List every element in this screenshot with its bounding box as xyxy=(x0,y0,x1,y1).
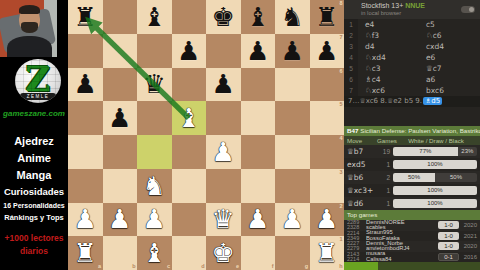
square-b5[interactable]: ♟ xyxy=(103,101,138,135)
square-e8[interactable]: ♚ xyxy=(206,0,241,34)
stream-layout: Z ZEMLE gameszane.com AjedrezAnimeMangaC… xyxy=(0,0,480,270)
top-games-list: 22892328DennisNOREEscables1-020202214234… xyxy=(344,220,480,262)
chess-board[interactable]: ♜♝♚♝♞♜8♟♟♟♟7♟♛♟6♟♝5♟4♞3♟♟♟♛♟♟♟2♜ab♝cd♚ef… xyxy=(68,0,344,270)
result-bar: 77%23% xyxy=(393,147,477,156)
square-a8[interactable]: ♜ xyxy=(68,0,103,34)
square-h5[interactable]: 5 xyxy=(310,101,345,135)
result-bar: 100% xyxy=(393,160,477,169)
file-coord-g: g xyxy=(305,264,308,270)
square-c8[interactable]: ♝ xyxy=(137,0,172,34)
square-f6[interactable] xyxy=(241,68,276,102)
black-move[interactable]: e6 xyxy=(419,53,480,62)
rank-coord-8: 8 xyxy=(339,1,342,7)
black-knight-g8: ♞ xyxy=(281,4,304,30)
explorer-move[interactable]: ♕b7 xyxy=(347,147,376,156)
move-row-5: 5♘c3♕c7 xyxy=(344,63,480,74)
sidebar-menu-item-4: 16 Personalidades xyxy=(0,200,68,212)
square-c2[interactable]: ♟ xyxy=(137,203,172,237)
square-b7[interactable] xyxy=(103,34,138,68)
result-segment-w: 100% xyxy=(393,199,477,208)
square-b3[interactable] xyxy=(103,169,138,203)
rank-coord-4: 4 xyxy=(339,136,342,142)
explorer-row-♕b7[interactable]: ♕b71977%23% xyxy=(344,145,480,158)
square-f2[interactable]: ♟ xyxy=(241,203,276,237)
black-move[interactable]: a6 xyxy=(419,75,480,84)
game-result-badge: 1-0 xyxy=(438,221,459,229)
explorer-games-count: 1 xyxy=(376,161,393,168)
webcam xyxy=(0,0,57,57)
white-move[interactable]: ♗c4 xyxy=(358,75,419,84)
game-ratings: 22892328 xyxy=(347,220,366,230)
explorer-games-count: 1 xyxy=(376,200,393,207)
square-a3[interactable] xyxy=(68,169,103,203)
explorer-games-count: 19 xyxy=(376,148,393,155)
engine-subtitle: in local browser xyxy=(361,10,461,17)
square-g7[interactable]: ♟ xyxy=(275,34,310,68)
move-list: 1e4c52♘f3♘c63d4cxd44♘xd4e65♘c3♕c76♗c4a67… xyxy=(344,19,480,96)
black-rook-a8: ♜ xyxy=(74,4,97,30)
square-e4[interactable]: ♟ xyxy=(206,135,241,169)
toggle-knob-icon xyxy=(469,7,474,12)
sidebar-menu: AjedrezAnimeMangaCuriosidades16 Personal… xyxy=(0,133,68,224)
black-move[interactable]: bxc6 xyxy=(419,86,480,95)
explorer-move[interactable]: ♕d6 xyxy=(347,199,376,208)
variation-line[interactable]: 7…♕xc6 8.♕e2 b5 9.♗d5 xyxy=(344,96,480,107)
explorer-row-exd5[interactable]: exd51100% xyxy=(344,158,480,171)
col-result: White / Draw / Black xyxy=(395,136,477,145)
explorer-games-count: 2 xyxy=(376,174,393,181)
explorer-row-♕b6[interactable]: ♕b6250%50% xyxy=(344,171,480,184)
board-grid[interactable]: ♜♝♚♝♞♜8♟♟♟♟7♟♛♟6♟♝5♟4♞3♟♟♟♛♟♟♟2♜ab♝cd♚ef… xyxy=(68,0,344,270)
square-h4[interactable]: 4 xyxy=(310,135,345,169)
move-number: 4 xyxy=(344,52,358,63)
promo-line1: +1000 lectores xyxy=(0,232,68,245)
square-d3[interactable] xyxy=(172,169,207,203)
rank-coord-6: 6 xyxy=(339,69,342,75)
sidebar-menu-item-3: Curiosidades xyxy=(0,184,68,200)
square-e5[interactable] xyxy=(206,101,241,135)
move-number: 5 xyxy=(344,63,358,74)
game-result-badge: 1-0 xyxy=(438,232,459,240)
file-coord-f: f xyxy=(272,264,274,270)
game-ratings: 21432214 xyxy=(347,252,366,262)
square-h2[interactable]: ♟2 xyxy=(310,203,345,237)
square-g8[interactable]: ♞ xyxy=(275,0,310,34)
black-bishop-f8: ♝ xyxy=(246,4,269,30)
white-move[interactable]: d4 xyxy=(358,42,419,51)
square-c4[interactable] xyxy=(137,135,172,169)
nnue-badge: NNUE xyxy=(405,2,425,9)
analysis-panel: Stockfish 13+ NNUE in local browser 1e4c… xyxy=(344,0,480,270)
move-row-4: 4♘xd4e6 xyxy=(344,52,480,63)
file-coord-a: a xyxy=(98,264,101,270)
top-games-header: Top games xyxy=(344,210,480,220)
white-rook-a1: ♜ xyxy=(74,240,97,266)
black-queen-c6: ♛ xyxy=(143,71,166,97)
white-move[interactable]: ♘c3 xyxy=(358,64,419,73)
loading-bar xyxy=(344,262,480,270)
square-d2[interactable] xyxy=(172,203,207,237)
result-segment-b: 50% xyxy=(435,173,477,182)
black-move[interactable]: ♕c7 xyxy=(419,64,480,73)
current-move[interactable]: ♗d5 xyxy=(423,97,442,105)
explorer-move-rows: ♕b71977%23%exd51100%♕b6250%50%♕xc3+1100%… xyxy=(344,145,480,210)
square-f7[interactable]: ♟ xyxy=(241,34,276,68)
square-a2[interactable]: ♟ xyxy=(68,203,103,237)
black-pawn-f7: ♟ xyxy=(246,38,269,64)
file-coord-c: c xyxy=(167,264,170,270)
square-a5[interactable] xyxy=(68,101,103,135)
square-d6[interactable] xyxy=(172,68,207,102)
top-game-row[interactable]: 22892328DennisNOREEscables1-02020 xyxy=(344,220,480,231)
rank-coord-5: 5 xyxy=(339,102,342,108)
white-bishop-c1: ♝ xyxy=(143,240,166,266)
webcam-hair xyxy=(19,5,40,14)
top-game-row[interactable]: 21432214musaraCalissa840-12016 xyxy=(344,252,480,263)
explorer-move[interactable]: ♕b6 xyxy=(347,173,376,182)
loading-bar-progress xyxy=(344,262,378,270)
game-year: 2020 xyxy=(461,222,477,228)
square-d4[interactable] xyxy=(172,135,207,169)
game-result-badge: 1-0 xyxy=(438,242,459,250)
square-g3[interactable] xyxy=(275,169,310,203)
opening-name-bar: B47Sicilian Defense: Paulsen Variation, … xyxy=(344,126,480,136)
black-pawn-g7: ♟ xyxy=(281,38,304,64)
col-move: Move xyxy=(347,136,377,145)
black-pawn-b5: ♟ xyxy=(108,105,131,131)
explorer-row-♕xc3+[interactable]: ♕xc3+1100% xyxy=(344,184,480,197)
black-bishop-c8: ♝ xyxy=(143,4,166,30)
move-number: 6 xyxy=(344,74,358,85)
webcam-beard xyxy=(21,22,38,33)
result-segment-w: 77% xyxy=(393,147,458,156)
sidebar-menu-item-1: Anime xyxy=(0,150,68,167)
top-game-row[interactable]: 22272279Dennis_NorbeanvietombodRJ41-0202… xyxy=(344,241,480,252)
promo-text: +1000 lectores diarios xyxy=(0,232,68,258)
white-move[interactable]: ♘f3 xyxy=(358,31,419,40)
col-games: Games xyxy=(377,136,395,145)
game-result-badge: 0-1 xyxy=(438,253,459,261)
white-queen-e2: ♛ xyxy=(212,206,235,232)
game-players: Straun995BossoFataka xyxy=(366,230,436,241)
square-e2[interactable]: ♛ xyxy=(206,203,241,237)
game-players: DennisNOREEscables xyxy=(366,220,436,231)
white-pawn-b2: ♟ xyxy=(108,206,131,232)
result-bar: 100% xyxy=(393,199,477,208)
square-b6[interactable] xyxy=(103,68,138,102)
game-players: musaraCalissa84 xyxy=(366,251,436,262)
webcam-body xyxy=(7,36,52,57)
file-coord-e: e xyxy=(236,264,239,270)
move-number: 3 xyxy=(344,41,358,52)
black-move[interactable]: ♘c6 xyxy=(419,31,480,40)
white-move[interactable]: e4 xyxy=(358,20,419,29)
explorer-move[interactable]: exd5 xyxy=(347,160,376,169)
engine-header: Stockfish 13+ NNUE in local browser xyxy=(344,0,480,19)
square-b1[interactable]: b xyxy=(103,236,138,270)
file-coord-b: b xyxy=(132,264,135,270)
sidebar-menu-item-5: Ránkings y Tops xyxy=(0,212,68,224)
square-f5[interactable] xyxy=(241,101,276,135)
square-g6[interactable] xyxy=(275,68,310,102)
square-d8[interactable] xyxy=(172,0,207,34)
explorer-games-count: 1 xyxy=(376,187,393,194)
square-b8[interactable] xyxy=(103,0,138,34)
move-row-7: 7♘xc6bxc6 xyxy=(344,85,480,96)
move-row-1: 1e4c5 xyxy=(344,19,480,30)
move-number: 1 xyxy=(344,19,358,30)
opening-name: Sicilian Defense: Paulsen Variation, Bas… xyxy=(360,127,480,134)
file-coord-d: d xyxy=(201,264,204,270)
square-a4[interactable] xyxy=(68,135,103,169)
square-b2[interactable]: ♟ xyxy=(103,203,138,237)
square-h3[interactable]: 3 xyxy=(310,169,345,203)
white-rook-h1: ♜ xyxy=(315,240,338,266)
result-segment-b: 23% xyxy=(458,147,477,156)
move-row-3: 3d4cxd4 xyxy=(344,41,480,52)
white-pawn-g2: ♟ xyxy=(281,206,304,232)
square-g1[interactable]: g xyxy=(275,236,310,270)
black-move[interactable]: c5 xyxy=(419,20,480,29)
square-d7[interactable]: ♟ xyxy=(172,34,207,68)
move-number: 2 xyxy=(344,30,358,41)
engine-name: Stockfish 13+ NNUE xyxy=(361,2,461,10)
square-d5[interactable]: ♝ xyxy=(172,101,207,135)
rank-coord-1: 1 xyxy=(339,237,342,243)
rank-coord-3: 3 xyxy=(339,170,342,176)
rank-coord-2: 2 xyxy=(339,204,342,210)
promo-line2: diarios xyxy=(0,245,68,258)
move-row-6: 6♗c4a6 xyxy=(344,74,480,85)
black-pawn-h7: ♟ xyxy=(315,38,338,64)
logo-caption: ZEMLE xyxy=(20,93,57,100)
result-bar: 50%50% xyxy=(393,173,477,182)
square-f1[interactable]: f xyxy=(241,236,276,270)
sidebar-menu-item-2: Manga xyxy=(0,167,68,184)
result-segment-w: 100% xyxy=(393,186,477,195)
explorer-column-headers: Move Games White / Draw / Black xyxy=(344,136,480,145)
square-a1[interactable]: ♜a xyxy=(68,236,103,270)
square-g4[interactable] xyxy=(275,135,310,169)
panel-spacer xyxy=(344,107,480,126)
explorer-row-♕d6[interactable]: ♕d61100% xyxy=(344,197,480,210)
square-c3[interactable]: ♞ xyxy=(137,169,172,203)
black-rook-h8: ♜ xyxy=(315,4,338,30)
square-e3[interactable] xyxy=(206,169,241,203)
square-a7[interactable] xyxy=(68,34,103,68)
square-e6[interactable]: ♟ xyxy=(206,68,241,102)
rank-coord-7: 7 xyxy=(339,35,342,41)
white-pawn-f2: ♟ xyxy=(246,206,269,232)
engine-toggle-switch[interactable] xyxy=(461,6,475,13)
explorer-move[interactable]: ♕xc3+ xyxy=(347,186,376,195)
square-g5[interactable] xyxy=(275,101,310,135)
white-pawn-e4: ♟ xyxy=(212,139,235,165)
top-game-row[interactable]: 22142349Straun995BossoFataka1-02021 xyxy=(344,231,480,242)
square-e1[interactable]: ♚e xyxy=(206,236,241,270)
white-pawn-c2: ♟ xyxy=(143,206,166,232)
opening-eco-code: B47 xyxy=(347,127,358,134)
variation-prefix[interactable]: 7…♕xc6 8.♕e2 b5 9. xyxy=(348,97,422,105)
square-h1[interactable]: ♜h1 xyxy=(310,236,345,270)
left-sidebar: Z ZEMLE gameszane.com AjedrezAnimeMangaC… xyxy=(0,0,68,270)
black-pawn-d7: ♟ xyxy=(177,38,200,64)
square-a6[interactable]: ♟ xyxy=(68,68,103,102)
site-url: gameszane.com xyxy=(0,109,68,118)
engine-info: Stockfish 13+ NNUE in local browser xyxy=(361,2,461,17)
move-number: 7 xyxy=(344,85,358,96)
square-f8[interactable]: ♝ xyxy=(241,0,276,34)
square-b4[interactable] xyxy=(103,135,138,169)
square-f3[interactable] xyxy=(241,169,276,203)
game-ratings: 22272279 xyxy=(347,241,366,251)
move-row-2: 2♘f3♘c6 xyxy=(344,30,480,41)
result-bar: 100% xyxy=(393,186,477,195)
square-e7[interactable] xyxy=(206,34,241,68)
white-bishop-d5: ♝ xyxy=(177,105,200,131)
square-h7[interactable]: ♟7 xyxy=(310,34,345,68)
black-pawn-e6: ♟ xyxy=(212,71,235,97)
white-knight-c3: ♞ xyxy=(143,173,166,199)
game-players: Dennis_NorbeanvietombodRJ4 xyxy=(366,241,436,252)
square-g2[interactable]: ♟ xyxy=(275,203,310,237)
square-c5[interactable] xyxy=(137,101,172,135)
square-h6[interactable]: 6 xyxy=(310,68,345,102)
square-f4[interactable] xyxy=(241,135,276,169)
white-move[interactable]: ♘xc6 xyxy=(358,86,419,95)
engine-name-text: Stockfish 13+ xyxy=(361,2,403,9)
game-year: 2021 xyxy=(461,233,477,239)
white-king-e1: ♚ xyxy=(212,240,235,266)
game-year: 2016 xyxy=(461,254,477,260)
channel-logo: Z ZEMLE xyxy=(15,59,61,103)
white-move[interactable]: ♘xd4 xyxy=(358,53,419,62)
white-pawn-a2: ♟ xyxy=(74,206,97,232)
sidebar-menu-item-0: Ajedrez xyxy=(0,133,68,150)
black-move[interactable]: cxd4 xyxy=(419,42,480,51)
black-pawn-a6: ♟ xyxy=(74,71,97,97)
square-c1[interactable]: ♝c xyxy=(137,236,172,270)
square-c6[interactable]: ♛ xyxy=(137,68,172,102)
white-pawn-h2: ♟ xyxy=(315,206,338,232)
game-year: 2020 xyxy=(461,243,477,249)
result-segment-w: 50% xyxy=(393,173,435,182)
result-segment-w: 100% xyxy=(393,160,477,169)
square-c7[interactable] xyxy=(137,34,172,68)
square-d1[interactable]: d xyxy=(172,236,207,270)
black-king-e8: ♚ xyxy=(212,4,235,30)
file-coord-h: h xyxy=(339,264,342,270)
square-h8[interactable]: ♜8 xyxy=(310,0,345,34)
